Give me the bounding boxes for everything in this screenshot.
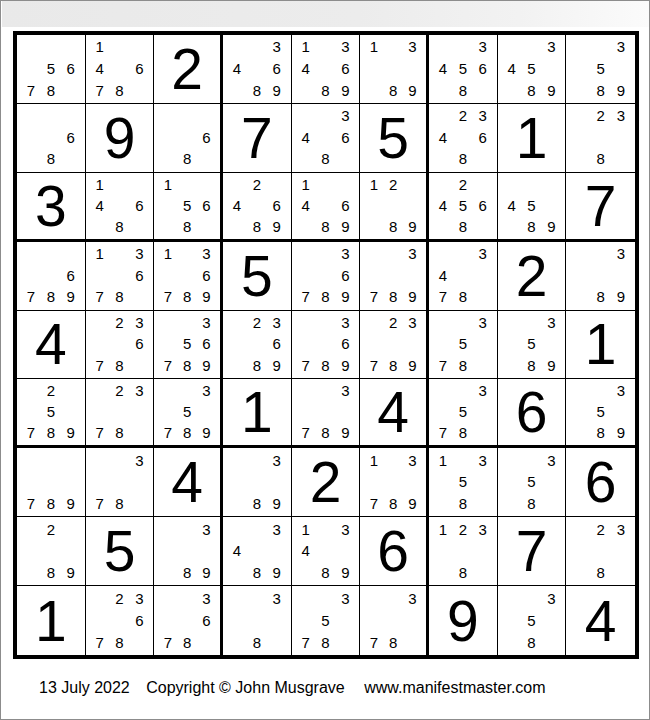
pencil-marks: 14689 [292,173,360,239]
pencil-mark-slot-5 [41,264,61,286]
cell-r6c9[interactable]: 3589 [566,379,635,448]
cell-r6c5[interactable]: 3789 [292,379,361,448]
pencil-mark-slot-4 [21,58,41,80]
pencil-mark-slot-1 [364,243,383,265]
pencil-mark-slot-4 [296,401,316,422]
solved-digit: 7 [223,104,291,172]
pencil-marks: 1568 [154,173,220,239]
pencil-mark-slot-1 [502,312,522,334]
pencil-mark-slot-7 [502,631,522,653]
pencil-mark-slot-9: 9 [403,286,422,308]
pencil-mark-slot-6 [403,195,422,216]
pencil-mark-slot-2 [41,105,61,127]
pencil-mark-slot-7 [502,79,522,101]
pencil-mark-slot-5: 5 [316,609,336,631]
pencil-mark-slot-2 [384,243,403,265]
pencil-mark-slot-5 [316,401,336,422]
pencil-mark-slot-3: 3 [403,243,422,265]
pencil-mark-slot-8: 8 [522,79,542,101]
cell-r9c8[interactable]: 358 [498,586,567,655]
cell-r3c7[interactable]: 24568 [429,173,498,242]
pencil-mark-slot-5: 5 [178,195,197,216]
cell-r5c1[interactable]: 4 [17,311,86,380]
pencil-mark-slot-8: 8 [178,355,197,377]
pencil-mark-slot-1: 1 [90,36,110,58]
pencil-mark-slot-4 [158,195,177,216]
cell-r2c1[interactable]: 68 [17,104,86,173]
cell-r8c8[interactable]: 7 [498,517,567,586]
pencil-mark-slot-8: 8 [41,148,61,170]
pencil-mark-slot-7: 7 [90,631,110,653]
pencil-mark-slot-8: 8 [178,631,197,653]
pencil-mark-slot-5 [41,471,61,493]
cell-r2c4[interactable]: 7 [223,104,292,173]
cell-r5c5[interactable]: 36789 [292,311,361,380]
footer: 13 July 2022 Copyright © John Musgrave w… [39,679,546,697]
pencil-marks: 36789 [292,311,360,379]
pencil-mark-slot-8: 8 [110,493,130,515]
pencil-mark-slot-9 [129,493,149,515]
pencil-mark-slot-5 [178,126,197,148]
pencil-mark-slot-3: 3 [129,449,149,471]
pencil-mark-slot-6 [61,471,81,493]
pencil-mark-slot-5 [110,609,130,631]
pencil-mark-slot-3 [129,174,149,195]
pencil-mark-slot-9: 9 [61,286,81,308]
cell-r7c2[interactable]: 378 [86,448,155,517]
cell-r2c7[interactable]: 23468 [429,104,498,173]
cell-r7c7[interactable]: 1358 [429,448,498,517]
pencil-mark-slot-4 [502,471,522,493]
cell-r1c6[interactable]: 1389 [360,35,429,104]
pencil-mark-slot-2 [178,105,197,127]
pencil-mark-slot-4 [158,333,177,355]
pencil-mark-slot-4 [570,540,590,562]
pencil-mark-slot-9 [541,493,561,515]
pencil-mark-slot-4 [364,471,383,493]
pencil-mark-slot-9 [403,631,422,653]
pencil-mark-slot-7 [158,148,177,170]
cell-r4c4[interactable]: 5 [223,242,292,311]
cell-r4c1[interactable]: 6789 [17,242,86,311]
cell-r1c4[interactable]: 34689 [223,35,292,104]
pencil-mark-slot-7: 7 [21,79,41,101]
pencil-mark-slot-5 [384,471,403,493]
pencil-mark-slot-5 [110,401,130,422]
pencil-mark-slot-9: 9 [403,79,422,101]
pencil-mark-slot-2 [178,380,197,401]
pencil-mark-slot-8: 8 [110,286,130,308]
pencil-mark-slot-9 [129,216,149,237]
cell-r3c4[interactable]: 24689 [223,173,292,242]
cell-r2c8[interactable]: 1 [498,104,567,173]
solved-digit: 7 [498,517,566,585]
cell-r2c3[interactable]: 68 [154,104,223,173]
pencil-mark-slot-9: 9 [335,216,355,237]
pencil-mark-slot-2: 2 [384,312,403,334]
pencil-mark-slot-9: 9 [267,79,287,101]
pencil-mark-slot-4 [158,264,177,286]
pencil-mark-slot-9 [129,286,149,308]
pencil-mark-slot-1: 1 [296,174,316,195]
pencil-mark-slot-7 [296,216,316,237]
cell-r9c7[interactable]: 9 [429,586,498,655]
cell-r7c4[interactable]: 389 [223,448,292,517]
pencil-mark-slot-4 [158,401,177,422]
cell-r4c2[interactable]: 13678 [86,242,155,311]
cell-r7c1[interactable]: 789 [17,448,86,517]
pencil-mark-slot-1 [296,587,316,609]
pencil-mark-slot-3: 3 [473,449,493,471]
solved-digit: 4 [154,448,220,516]
pencil-mark-slot-2 [591,243,611,265]
cell-r5c3[interactable]: 356789 [154,311,223,380]
pencil-mark-slot-8: 8 [247,355,267,377]
pencil-mark-slot-1: 1 [158,243,177,265]
pencil-mark-slot-9: 9 [541,216,561,237]
pencil-mark-slot-4 [158,126,177,148]
pencil-mark-slot-6 [403,333,422,355]
cell-r4c3[interactable]: 136789 [154,242,223,311]
cell-r9c1[interactable]: 1 [17,586,86,655]
pencil-marks: 1468 [86,173,154,239]
pencil-mark-slot-1 [433,243,453,265]
cell-r6c4[interactable]: 1 [223,379,292,448]
cell-r6c6[interactable]: 4 [360,379,429,448]
pencil-mark-slot-9 [611,562,631,584]
pencil-mark-slot-7 [433,562,453,584]
cell-r9c2[interactable]: 23678 [86,586,155,655]
cell-r4c8[interactable]: 2 [498,242,567,311]
pencil-mark-slot-9: 9 [541,79,561,101]
cell-r8c4[interactable]: 3489 [223,517,292,586]
pencil-mark-slot-8: 8 [591,79,611,101]
cell-r4c5[interactable]: 36789 [292,242,361,311]
pencil-mark-slot-3: 3 [335,243,355,265]
pencil-marks: 1289 [360,173,426,239]
pencil-mark-slot-3 [473,174,493,195]
cell-r1c3[interactable]: 2 [154,35,223,104]
pencil-mark-slot-1 [570,105,590,127]
pencil-mark-slot-5: 5 [178,333,197,355]
cell-r3c2[interactable]: 1468 [86,173,155,242]
pencil-mark-slot-6 [61,540,81,562]
cell-r4c9[interactable]: 389 [566,242,635,311]
cell-r8c5[interactable]: 13489 [292,517,361,586]
pencil-mark-slot-2 [522,312,542,334]
pencil-mark-slot-1 [90,449,110,471]
pencil-mark-slot-7 [90,216,110,237]
pencil-mark-slot-5 [110,333,130,355]
pencil-mark-slot-3: 3 [335,587,355,609]
pencil-mark-slot-3 [129,36,149,58]
pencil-mark-slot-1: 1 [90,243,110,265]
cell-r5c9[interactable]: 1 [566,311,635,380]
pencil-mark-slot-6 [541,195,561,216]
solved-digit: 6 [498,379,566,445]
pencil-mark-slot-6 [611,540,631,562]
pencil-mark-slot-3: 3 [473,518,493,540]
pencil-mark-slot-1: 1 [364,174,383,195]
pencil-mark-slot-9: 9 [267,562,287,584]
cell-r2c6[interactable]: 5 [360,104,429,173]
pencil-marks: 24689 [223,173,291,239]
pencil-mark-slot-7 [227,79,247,101]
pencil-mark-slot-9: 9 [61,422,81,443]
pencil-mark-slot-8: 8 [178,286,197,308]
pencil-mark-slot-6: 6 [335,333,355,355]
pencil-mark-slot-5 [384,609,403,631]
cell-r1c5[interactable]: 134689 [292,35,361,104]
pencil-mark-slot-3: 3 [267,449,287,471]
pencil-mark-slot-8: 8 [110,216,130,237]
pencil-mark-slot-8: 8 [591,562,611,584]
cell-r4c7[interactable]: 3478 [429,242,498,311]
pencil-mark-slot-6: 6 [473,126,493,148]
solved-digit: 9 [429,586,497,655]
cell-r6c8[interactable]: 6 [498,379,567,448]
pencil-mark-slot-8: 8 [591,148,611,170]
pencil-mark-slot-7: 7 [433,286,453,308]
pencil-mark-slot-9: 9 [403,216,422,237]
cell-r8c1[interactable]: 289 [17,517,86,586]
solved-digit: 5 [360,104,426,172]
pencil-mark-slot-9 [267,631,287,653]
pencil-mark-slot-4 [433,401,453,422]
cell-r8c7[interactable]: 1238 [429,517,498,586]
cell-r8c9[interactable]: 238 [566,517,635,586]
pencil-mark-slot-7: 7 [296,355,316,377]
pencil-mark-slot-4 [90,401,110,422]
pencil-mark-slot-3 [61,36,81,58]
pencil-mark-slot-2: 2 [110,380,130,401]
pencil-mark-slot-2 [522,36,542,58]
pencil-mark-slot-2 [522,174,542,195]
pencil-mark-slot-2 [41,36,61,58]
pencil-mark-slot-1 [296,243,316,265]
pencil-mark-slot-8: 8 [316,562,336,584]
cell-r1c1[interactable]: 5678 [17,35,86,104]
cell-r5c4[interactable]: 23689 [223,311,292,380]
pencil-mark-slot-5 [384,58,403,80]
cell-r2c2[interactable]: 9 [86,104,155,173]
cell-r3c6[interactable]: 1289 [360,173,429,242]
solved-digit: 1 [566,311,635,379]
pencil-mark-slot-5 [316,195,336,216]
pencil-mark-slot-2 [247,449,267,471]
pencil-mark-slot-1 [502,174,522,195]
pencil-mark-slot-7 [502,216,522,237]
pencil-marks: 238 [566,104,635,172]
pencil-marks: 68 [17,104,85,172]
pencil-mark-slot-8: 8 [453,493,473,515]
pencil-marks: 23789 [360,311,426,379]
pencil-mark-slot-7 [21,562,41,584]
pencil-mark-slot-3 [61,449,81,471]
pencil-mark-slot-1 [21,380,41,401]
pencil-mark-slot-5 [316,58,336,80]
cell-r5c6[interactable]: 23789 [360,311,429,380]
pencil-mark-slot-2 [316,380,336,401]
pencil-mark-slot-5 [247,609,267,631]
cell-r2c9[interactable]: 238 [566,104,635,173]
pencil-marks: 3589 [566,379,635,445]
pencil-mark-slot-1 [502,587,522,609]
cell-r9c9[interactable]: 4 [566,586,635,655]
pencil-mark-slot-6: 6 [197,195,216,216]
pencil-mark-slot-1 [502,449,522,471]
pencil-mark-slot-7: 7 [158,355,177,377]
pencil-mark-slot-8: 8 [178,148,197,170]
pencil-mark-slot-1: 1 [433,518,453,540]
pencil-mark-slot-9: 9 [335,422,355,443]
pencil-mark-slot-9 [473,79,493,101]
pencil-mark-slot-7: 7 [158,631,177,653]
cell-r9c5[interactable]: 3578 [292,586,361,655]
pencil-mark-slot-6 [611,401,631,422]
pencil-mark-slot-1: 1 [158,174,177,195]
pencil-mark-slot-5: 5 [41,58,61,80]
pencil-mark-slot-1 [21,449,41,471]
pencil-mark-slot-6: 6 [197,609,216,631]
cell-r7c3[interactable]: 4 [154,448,223,517]
pencil-mark-slot-8: 8 [384,286,403,308]
pencil-mark-slot-4: 4 [227,58,247,80]
pencil-mark-slot-1: 1 [90,174,110,195]
pencil-mark-slot-2 [110,243,130,265]
pencil-mark-slot-3 [61,518,81,540]
pencil-mark-slot-5 [247,195,267,216]
cell-r8c6[interactable]: 6 [360,517,429,586]
cell-r3c5[interactable]: 14689 [292,173,361,242]
pencil-mark-slot-1 [158,587,177,609]
pencil-mark-slot-6 [541,58,561,80]
pencil-mark-slot-6 [335,401,355,422]
pencil-mark-slot-5: 5 [522,471,542,493]
pencil-marks: 34589 [498,35,566,103]
cell-r9c6[interactable]: 378 [360,586,429,655]
solved-digit: 5 [86,517,154,585]
pencil-mark-slot-9 [473,422,493,443]
pencil-mark-slot-4 [90,471,110,493]
cell-r5c2[interactable]: 23678 [86,311,155,380]
pencil-mark-slot-7 [227,562,247,584]
pencil-mark-slot-4 [433,540,453,562]
solved-digit: 6 [360,517,426,585]
pencil-mark-slot-3: 3 [197,312,216,334]
pencil-mark-slot-2 [110,449,130,471]
cell-r1c9[interactable]: 3589 [566,35,635,104]
cell-r5c7[interactable]: 3578 [429,311,498,380]
pencil-mark-slot-3: 3 [541,449,561,471]
pencil-mark-slot-7 [570,148,590,170]
cell-r3c1[interactable]: 3 [17,173,86,242]
pencil-mark-slot-8: 8 [110,355,130,377]
cell-r9c3[interactable]: 3678 [154,586,223,655]
pencil-mark-slot-4 [502,609,522,631]
pencil-mark-slot-5: 5 [453,471,473,493]
cell-r3c9[interactable]: 7 [566,173,635,242]
pencil-mark-slot-7: 7 [21,286,41,308]
pencil-marks: 3678 [154,586,220,655]
cell-r6c7[interactable]: 3578 [429,379,498,448]
pencil-mark-slot-4 [21,540,41,562]
pencil-mark-slot-9 [129,355,149,377]
cell-r4c6[interactable]: 3789 [360,242,429,311]
cell-r6c3[interactable]: 35789 [154,379,223,448]
pencil-marks: 3578 [292,586,360,655]
cell-r8c2[interactable]: 5 [86,517,155,586]
cell-r1c8[interactable]: 34589 [498,35,567,104]
cell-r6c1[interactable]: 25789 [17,379,86,448]
cell-r8c3[interactable]: 389 [154,517,223,586]
cell-r7c8[interactable]: 358 [498,448,567,517]
pencil-mark-slot-3 [197,174,216,195]
cell-r6c2[interactable]: 2378 [86,379,155,448]
pencil-mark-slot-7 [21,148,41,170]
cell-r7c6[interactable]: 13789 [360,448,429,517]
cell-r1c2[interactable]: 14678 [86,35,155,104]
pencil-mark-slot-8: 8 [41,562,61,584]
pencil-mark-slot-9 [61,148,81,170]
pencil-mark-slot-4 [158,609,177,631]
cell-r7c5[interactable]: 2 [292,448,361,517]
pencil-mark-slot-7: 7 [90,286,110,308]
pencil-mark-slot-4 [296,609,316,631]
cell-r5c8[interactable]: 3589 [498,311,567,380]
pencil-mark-slot-6 [473,264,493,286]
pencil-marks: 3789 [292,379,360,445]
pencil-mark-slot-1 [21,518,41,540]
pencil-mark-slot-5 [41,540,61,562]
pencil-mark-slot-8: 8 [316,355,336,377]
cell-r3c3[interactable]: 1568 [154,173,223,242]
pencil-mark-slot-2 [316,174,336,195]
pencil-mark-slot-9: 9 [611,422,631,443]
pencil-marks: 25789 [17,379,85,445]
pencil-mark-slot-6 [611,126,631,148]
pencil-mark-slot-4 [570,58,590,80]
pencil-mark-slot-8: 8 [316,148,336,170]
pencil-mark-slot-8: 8 [453,148,473,170]
pencil-mark-slot-3: 3 [129,587,149,609]
pencil-marks: 3478 [429,242,497,310]
pencil-mark-slot-6: 6 [267,333,287,355]
cell-r1c7[interactable]: 34568 [429,35,498,104]
pencil-mark-slot-9 [473,355,493,377]
pencil-mark-slot-5: 5 [522,609,542,631]
footer-website: www.manifestmaster.com [364,679,545,696]
pencil-mark-slot-9: 9 [61,493,81,515]
pencil-mark-slot-5 [247,58,267,80]
pencil-mark-slot-4 [364,264,383,286]
pencil-mark-slot-8: 8 [110,422,130,443]
pencil-mark-slot-2: 2 [110,587,130,609]
pencil-mark-slot-8: 8 [316,286,336,308]
solved-digit: 2 [292,448,360,516]
pencil-mark-slot-2: 2 [41,518,61,540]
cell-r9c4[interactable]: 38 [223,586,292,655]
cell-r2c5[interactable]: 3468 [292,104,361,173]
pencil-mark-slot-2: 2 [247,174,267,195]
pencil-mark-slot-7: 7 [433,422,453,443]
pencil-mark-slot-5: 5 [453,401,473,422]
cell-r7c9[interactable]: 6 [566,448,635,517]
pencil-marks: 3578 [429,311,497,379]
cell-r3c8[interactable]: 4589 [498,173,567,242]
solved-digit: 4 [360,379,426,445]
pencil-mark-slot-8: 8 [247,216,267,237]
